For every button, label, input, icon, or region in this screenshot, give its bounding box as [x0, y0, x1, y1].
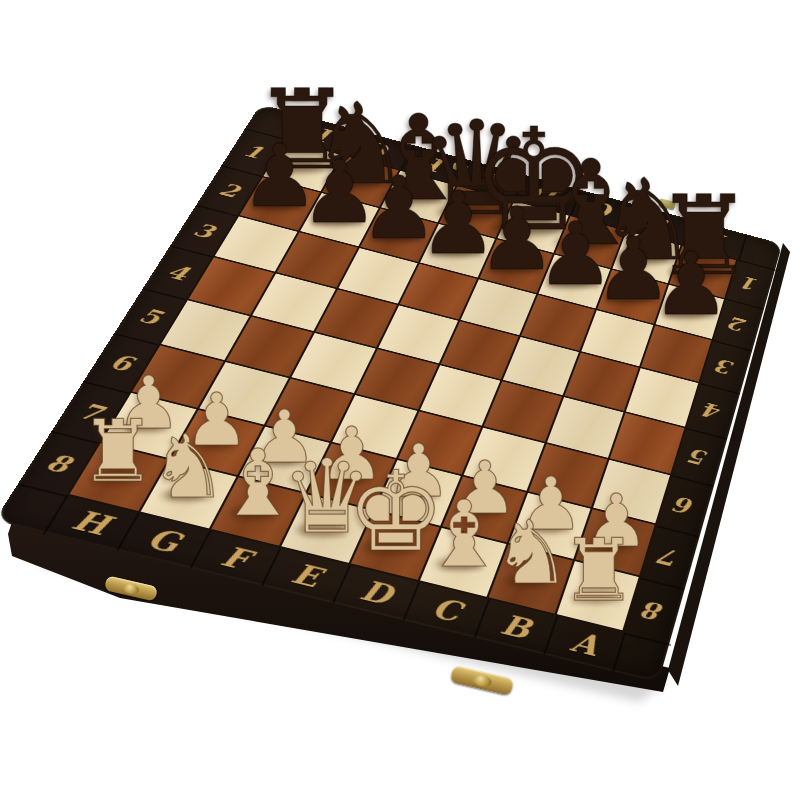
piece-wR-a8[interactable]: ♜	[560, 527, 637, 613]
piece-bP-a2[interactable]: ♟	[652, 242, 730, 329]
file-label-E: E	[286, 557, 326, 594]
file-label-G: G	[141, 522, 186, 559]
file-label-A: A	[567, 625, 602, 662]
rank-label-6: 6	[673, 492, 698, 520]
rank-label-4: 4	[163, 260, 193, 285]
file-label-B: B	[497, 608, 535, 646]
rank-label-3: 3	[715, 355, 737, 379]
rank-label-8: 8	[641, 596, 667, 626]
rank-label-4: 4	[702, 398, 725, 423]
scene: HGFEDCBA HGFEDCBA 12345678 12345678 ♜♞♝♛…	[0, 0, 800, 800]
file-label-H: H	[66, 504, 116, 542]
rank-label-2: 2	[215, 179, 243, 202]
rank-label-8: 8	[41, 449, 76, 479]
rank-label-5: 5	[688, 444, 712, 471]
file-label-F: F	[216, 540, 255, 576]
latch-knob-icon	[472, 673, 493, 689]
chess-set-photo: HGFEDCBA HGFEDCBA 12345678 12345678 ♜♞♝♛…	[0, 0, 800, 800]
rank-label-3: 3	[189, 219, 218, 243]
latch-knob-icon	[122, 582, 140, 596]
file-label-D: D	[356, 574, 398, 612]
rank-label-2: 2	[728, 313, 750, 336]
rank-label-5: 5	[134, 304, 166, 330]
file-label-C: C	[427, 591, 465, 628]
piece-wN-b8[interactable]: ♞	[492, 509, 571, 597]
piece-wR-h8[interactable]: ♜	[79, 408, 156, 494]
rank-label-7: 7	[658, 543, 684, 572]
